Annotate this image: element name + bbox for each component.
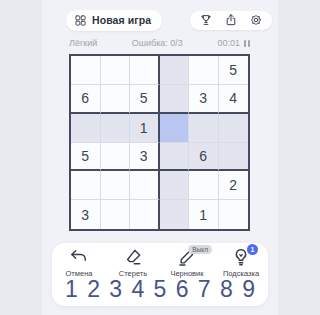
difficulty-label: Лёгкий (69, 38, 97, 48)
draft-button[interactable]: ВыклЧерновик (160, 248, 214, 278)
cell-r1c2[interactable] (101, 56, 131, 85)
cell-r5c2[interactable] (101, 171, 131, 200)
toolbar: ОтменаСтеретьВыклЧерновик1Подсказка (52, 243, 268, 278)
cell-r6c6[interactable] (219, 200, 249, 229)
cell-r3c3[interactable]: 1 (130, 114, 160, 143)
hint-button[interactable]: 1Подсказка (214, 248, 268, 278)
cell-r3c2[interactable] (101, 114, 131, 143)
pencil-icon: Выкл (177, 248, 197, 267)
cell-r4c2[interactable] (101, 143, 131, 172)
cell-r1c5[interactable] (189, 56, 219, 85)
numpad-5[interactable]: 5 (154, 276, 167, 303)
cell-r2c3[interactable]: 5 (130, 85, 160, 114)
cell-r6c5[interactable]: 1 (189, 200, 219, 229)
cell-r6c1[interactable]: 3 (71, 200, 101, 229)
cell-r3c5[interactable] (189, 114, 219, 143)
timer-value: 00:01 (217, 38, 240, 48)
cell-r5c1[interactable] (71, 171, 101, 200)
sudoku-board: 565341536231 (69, 54, 250, 231)
settings-button[interactable] (249, 13, 263, 27)
share-icon (224, 13, 238, 27)
cell-r1c4[interactable] (160, 56, 190, 85)
timer: 00:01 (217, 38, 250, 48)
cell-r4c1[interactable]: 5 (71, 143, 101, 172)
top-bar: Новая игра (42, 9, 278, 31)
numpad-7[interactable]: 7 (198, 276, 211, 303)
cell-r6c2[interactable] (101, 200, 131, 229)
cell-r4c5[interactable]: 6 (189, 143, 219, 172)
settings-gear-icon (249, 13, 263, 27)
cell-r2c2[interactable] (101, 85, 131, 114)
cell-r3c1[interactable] (71, 114, 101, 143)
numpad-8[interactable]: 8 (220, 276, 233, 303)
cell-r4c6[interactable] (219, 143, 249, 172)
status-bar: Лёгкий Ошибка: 0/3 00:01 (69, 38, 250, 48)
cell-r2c6[interactable]: 4 (219, 85, 249, 114)
draft-badge: Выкл (188, 245, 212, 254)
number-pad: 123456789 (65, 276, 255, 303)
cell-r1c3[interactable] (130, 56, 160, 85)
mistakes-counter: Ошибка: 0/3 (132, 38, 183, 48)
cell-r5c4[interactable] (160, 171, 190, 200)
cell-r4c3[interactable]: 3 (130, 143, 160, 172)
cell-r1c6[interactable]: 5 (219, 56, 249, 85)
numpad-9[interactable]: 9 (242, 276, 255, 303)
numpad-4[interactable]: 4 (131, 276, 144, 303)
cell-r5c5[interactable] (189, 171, 219, 200)
cell-r6c4[interactable] (160, 200, 190, 229)
bulb-icon: 1 (231, 248, 251, 267)
cell-r5c6[interactable]: 2 (219, 171, 249, 200)
undo-icon (69, 248, 89, 267)
cell-r4c4[interactable] (160, 143, 190, 172)
cell-r2c4[interactable] (160, 85, 190, 114)
hint-badge: 1 (247, 244, 258, 255)
cell-r3c4[interactable] (160, 114, 190, 143)
undo-button[interactable]: Отмена (52, 248, 106, 278)
cell-r2c1[interactable]: 6 (71, 85, 101, 114)
control-panel: ОтменаСтеретьВыклЧерновик1Подсказка 1234… (52, 243, 268, 306)
erase-button[interactable]: Стереть (106, 248, 160, 278)
cell-r3c6[interactable] (219, 114, 249, 143)
cell-r2c5[interactable]: 3 (189, 85, 219, 114)
pause-icon[interactable] (244, 40, 250, 47)
cell-r6c3[interactable] (130, 200, 160, 229)
numpad-3[interactable]: 3 (109, 276, 122, 303)
share-button[interactable] (224, 13, 238, 27)
numpad-2[interactable]: 2 (87, 276, 100, 303)
apps-grid-icon (74, 14, 87, 27)
top-actions (190, 11, 272, 30)
trophy-button[interactable] (199, 13, 213, 27)
numpad-6[interactable]: 6 (176, 276, 189, 303)
new-game-button[interactable]: Новая игра (66, 10, 162, 31)
sudoku-app-screen: Новая игра (42, 0, 278, 315)
new-game-label: Новая игра (92, 14, 151, 26)
numpad-1[interactable]: 1 (65, 276, 78, 303)
cell-r5c3[interactable] (130, 171, 160, 200)
trophy-icon (199, 13, 213, 27)
cell-r1c1[interactable] (71, 56, 101, 85)
eraser-icon (123, 248, 143, 267)
